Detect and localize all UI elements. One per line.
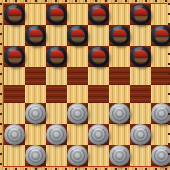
square-r4c1 <box>25 85 46 103</box>
square-r2c2[interactable] <box>46 46 67 67</box>
square-r5c4 <box>88 103 109 124</box>
square-r4c5 <box>109 85 130 103</box>
square-r1c7[interactable] <box>151 25 170 46</box>
square-r0c2[interactable] <box>46 4 67 25</box>
square-r6c5 <box>109 124 130 145</box>
square-r6c1 <box>25 124 46 145</box>
square-r1c0 <box>4 25 25 46</box>
square-r3c6 <box>130 67 151 85</box>
square-r6c3 <box>67 124 88 145</box>
silver-piece[interactable] <box>151 145 170 166</box>
square-r7c2 <box>46 145 67 166</box>
square-r2c4[interactable] <box>88 46 109 67</box>
silver-piece[interactable] <box>109 145 130 166</box>
square-r3c4 <box>88 67 109 85</box>
square-r7c4 <box>88 145 109 166</box>
square-r1c4 <box>88 25 109 46</box>
red-piece[interactable] <box>88 4 109 25</box>
square-r7c7[interactable] <box>151 145 170 166</box>
silver-piece[interactable] <box>4 124 25 145</box>
square-r0c0[interactable] <box>4 4 25 25</box>
square-r5c5[interactable] <box>109 103 130 124</box>
square-r4c7 <box>151 85 170 103</box>
frame-nail-marks-left <box>0 0 2 170</box>
square-r1c2 <box>46 25 67 46</box>
red-piece[interactable] <box>67 25 88 46</box>
square-r4c3 <box>67 85 88 103</box>
board-frame <box>0 0 170 170</box>
red-piece[interactable] <box>4 46 25 67</box>
square-r5c2 <box>46 103 67 124</box>
square-r2c5 <box>109 46 130 67</box>
square-r2c7 <box>151 46 170 67</box>
silver-piece[interactable] <box>67 145 88 166</box>
red-piece[interactable] <box>130 4 151 25</box>
square-r0c3 <box>67 4 88 25</box>
square-r5c7[interactable] <box>151 103 170 124</box>
square-r3c2 <box>46 67 67 85</box>
square-r6c4[interactable] <box>88 124 109 145</box>
square-r4c4[interactable] <box>88 85 109 103</box>
square-r2c6[interactable] <box>130 46 151 67</box>
silver-piece[interactable] <box>46 124 67 145</box>
square-r4c0[interactable] <box>4 85 25 103</box>
square-r2c1 <box>25 46 46 67</box>
red-piece[interactable] <box>151 25 170 46</box>
square-r0c4[interactable] <box>88 4 109 25</box>
checkers-board <box>3 3 167 167</box>
square-r5c0 <box>4 103 25 124</box>
silver-piece[interactable] <box>25 103 46 124</box>
square-r7c1[interactable] <box>25 145 46 166</box>
square-r2c0[interactable] <box>4 46 25 67</box>
silver-piece[interactable] <box>151 103 170 124</box>
square-r0c6[interactable] <box>130 4 151 25</box>
red-piece[interactable] <box>88 46 109 67</box>
frame-nail-marks-bottom <box>0 168 170 170</box>
square-r6c7 <box>151 124 170 145</box>
square-r3c3[interactable] <box>67 67 88 85</box>
square-r6c2[interactable] <box>46 124 67 145</box>
square-r0c1 <box>25 4 46 25</box>
square-r4c2[interactable] <box>46 85 67 103</box>
square-r3c5[interactable] <box>109 67 130 85</box>
square-r0c7 <box>151 4 170 25</box>
square-r0c5 <box>109 4 130 25</box>
silver-piece[interactable] <box>67 103 88 124</box>
red-piece[interactable] <box>109 25 130 46</box>
square-r1c1[interactable] <box>25 25 46 46</box>
square-r2c3 <box>67 46 88 67</box>
square-r7c6 <box>130 145 151 166</box>
square-r5c1[interactable] <box>25 103 46 124</box>
square-r1c3[interactable] <box>67 25 88 46</box>
square-r3c7[interactable] <box>151 67 170 85</box>
silver-piece[interactable] <box>109 103 130 124</box>
red-piece[interactable] <box>46 4 67 25</box>
square-r7c5[interactable] <box>109 145 130 166</box>
square-r3c0 <box>4 67 25 85</box>
square-r7c0 <box>4 145 25 166</box>
square-r1c6 <box>130 25 151 46</box>
silver-piece[interactable] <box>88 124 109 145</box>
frame-nail-marks-top <box>0 0 170 2</box>
square-r6c0[interactable] <box>4 124 25 145</box>
silver-piece[interactable] <box>25 145 46 166</box>
red-piece[interactable] <box>46 46 67 67</box>
square-r1c5[interactable] <box>109 25 130 46</box>
square-r6c6[interactable] <box>130 124 151 145</box>
square-r7c3[interactable] <box>67 145 88 166</box>
red-piece[interactable] <box>4 4 25 25</box>
square-r3c1[interactable] <box>25 67 46 85</box>
square-r5c3[interactable] <box>67 103 88 124</box>
silver-piece[interactable] <box>130 124 151 145</box>
red-piece[interactable] <box>130 46 151 67</box>
square-r4c6[interactable] <box>130 85 151 103</box>
red-piece[interactable] <box>25 25 46 46</box>
square-r5c6 <box>130 103 151 124</box>
